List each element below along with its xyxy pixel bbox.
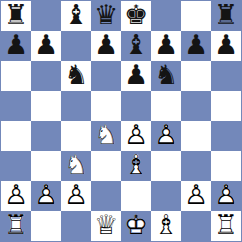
- white-piece-outline: ♖: [214, 211, 238, 238]
- white-knight-piece: ♞♘: [91, 121, 121, 151]
- square-b1[interactable]: [31, 211, 61, 241]
- black-piece-fill: ♝: [124, 31, 148, 58]
- black-piece-fill: ♞: [64, 61, 88, 88]
- square-e4[interactable]: ♟♙: [121, 121, 151, 151]
- white-piece-outline: ♙: [184, 181, 208, 208]
- white-piece-outline: ♗: [154, 211, 178, 238]
- square-h1[interactable]: ♜♖: [211, 211, 241, 241]
- square-g6[interactable]: [181, 61, 211, 91]
- white-piece-outline: ♙: [64, 181, 88, 208]
- square-h7[interactable]: ♟: [211, 31, 241, 61]
- white-queen-piece: ♛♕: [91, 211, 121, 241]
- square-a5[interactable]: [1, 91, 31, 121]
- square-f2[interactable]: [151, 181, 181, 211]
- white-piece-outline: ♕: [94, 211, 118, 238]
- square-c1[interactable]: [61, 211, 91, 241]
- black-pawn-piece: ♟: [1, 31, 31, 61]
- square-b2[interactable]: ♟♙: [31, 181, 61, 211]
- square-h2[interactable]: ♟♙: [211, 181, 241, 211]
- black-king-piece: ♚: [121, 1, 151, 31]
- square-c6[interactable]: ♞: [61, 61, 91, 91]
- white-piece-outline: ♙: [214, 181, 238, 208]
- square-c7[interactable]: [61, 31, 91, 61]
- black-pawn-piece: ♟: [31, 31, 61, 61]
- square-d3[interactable]: [91, 151, 121, 181]
- square-h6[interactable]: [211, 61, 241, 91]
- square-g8[interactable]: [181, 1, 211, 31]
- black-pawn-piece: ♟: [121, 61, 151, 91]
- black-piece-fill: ♟: [184, 31, 208, 58]
- square-c4[interactable]: [61, 121, 91, 151]
- square-g5[interactable]: [181, 91, 211, 121]
- white-piece-outline: ♙: [154, 121, 178, 148]
- white-bishop-piece: ♝♗: [151, 211, 181, 241]
- black-piece-fill: ♟: [214, 31, 238, 58]
- square-h5[interactable]: [211, 91, 241, 121]
- black-pawn-piece: ♟: [91, 31, 121, 61]
- square-g4[interactable]: [181, 121, 211, 151]
- square-e6[interactable]: ♟: [121, 61, 151, 91]
- square-d8[interactable]: ♛: [91, 1, 121, 31]
- square-f5[interactable]: [151, 91, 181, 121]
- white-king-piece: ♚♔: [121, 211, 151, 241]
- black-bishop-piece: ♝: [121, 31, 151, 61]
- white-rook-piece: ♜♖: [1, 211, 31, 241]
- square-b7[interactable]: ♟: [31, 31, 61, 61]
- white-pawn-piece: ♟♙: [211, 181, 241, 211]
- square-b6[interactable]: [31, 61, 61, 91]
- black-pawn-piece: ♟: [211, 31, 241, 61]
- white-piece-outline: ♙: [34, 181, 58, 208]
- white-piece-fill: ♜: [4, 211, 28, 238]
- square-d7[interactable]: ♟: [91, 31, 121, 61]
- white-piece-fill: ♞: [94, 121, 118, 148]
- white-piece-fill: ♝: [154, 211, 178, 238]
- white-piece-fill: ♜: [214, 211, 238, 238]
- black-pawn-piece: ♟: [181, 31, 211, 61]
- square-a8[interactable]: ♜: [1, 1, 31, 31]
- black-piece-fill: ♜: [4, 1, 28, 28]
- square-a7[interactable]: ♟: [1, 31, 31, 61]
- white-piece-fill: ♟: [214, 181, 238, 208]
- white-piece-outline: ♗: [124, 151, 148, 178]
- white-piece-fill: ♛: [94, 211, 118, 238]
- square-d6[interactable]: [91, 61, 121, 91]
- square-a6[interactable]: [1, 61, 31, 91]
- square-b5[interactable]: [31, 91, 61, 121]
- black-piece-fill: ♟: [94, 31, 118, 58]
- square-d2[interactable]: [91, 181, 121, 211]
- square-b8[interactable]: [31, 1, 61, 31]
- white-pawn-piece: ♟♙: [151, 121, 181, 151]
- black-knight-piece: ♞: [61, 61, 91, 91]
- white-piece-fill: ♟: [124, 121, 148, 148]
- square-a4[interactable]: [1, 121, 31, 151]
- white-pawn-piece: ♟♙: [61, 181, 91, 211]
- white-piece-fill: ♟: [64, 181, 88, 208]
- square-f1[interactable]: ♝♗: [151, 211, 181, 241]
- black-pawn-piece: ♟: [151, 31, 181, 61]
- white-piece-fill: ♟: [4, 181, 28, 208]
- white-pawn-piece: ♟♙: [121, 121, 151, 151]
- white-piece-outline: ♙: [4, 181, 28, 208]
- square-e7[interactable]: ♝: [121, 31, 151, 61]
- square-g1[interactable]: [181, 211, 211, 241]
- white-piece-fill: ♞: [64, 151, 88, 178]
- square-h8[interactable]: ♜: [211, 1, 241, 31]
- black-piece-fill: ♜: [214, 1, 238, 28]
- black-piece-fill: ♚: [124, 1, 148, 28]
- black-piece-fill: ♟: [4, 31, 28, 58]
- white-rook-piece: ♜♖: [211, 211, 241, 241]
- square-e5[interactable]: [121, 91, 151, 121]
- white-piece-outline: ♙: [124, 121, 148, 148]
- black-queen-piece: ♛: [91, 1, 121, 31]
- square-f6[interactable]: ♞: [151, 61, 181, 91]
- white-piece-fill: ♟: [154, 121, 178, 148]
- square-g7[interactable]: ♟: [181, 31, 211, 61]
- black-knight-piece: ♞: [151, 61, 181, 91]
- white-bishop-piece: ♝♗: [121, 151, 151, 181]
- black-piece-fill: ♝: [64, 1, 88, 28]
- white-piece-outline: ♘: [64, 151, 88, 178]
- square-a1[interactable]: ♜♖: [1, 211, 31, 241]
- black-piece-fill: ♛: [94, 1, 118, 28]
- black-bishop-piece: ♝: [61, 1, 91, 31]
- square-f3[interactable]: [151, 151, 181, 181]
- square-f8[interactable]: [151, 1, 181, 31]
- black-piece-fill: ♟: [124, 61, 148, 88]
- square-h3[interactable]: [211, 151, 241, 181]
- square-d5[interactable]: [91, 91, 121, 121]
- square-a2[interactable]: ♟♙: [1, 181, 31, 211]
- white-piece-outline: ♖: [4, 211, 28, 238]
- square-d1[interactable]: ♛♕: [91, 211, 121, 241]
- black-rook-piece: ♜: [211, 1, 241, 31]
- square-c3[interactable]: ♞♘: [61, 151, 91, 181]
- square-f7[interactable]: ♟: [151, 31, 181, 61]
- square-e1[interactable]: ♚♔: [121, 211, 151, 241]
- square-e2[interactable]: [121, 181, 151, 211]
- white-pawn-piece: ♟♙: [1, 181, 31, 211]
- white-piece-fill: ♚: [124, 211, 148, 238]
- white-piece-fill: ♟: [34, 181, 58, 208]
- square-c2[interactable]: ♟♙: [61, 181, 91, 211]
- white-piece-fill: ♟: [184, 181, 208, 208]
- square-g2[interactable]: ♟♙: [181, 181, 211, 211]
- chess-board: ♜♝♛♚♜♟♟♟♝♟♟♟♞♟♞♞♘♟♙♟♙♞♘♝♗♟♙♟♙♟♙♟♙♟♙♜♖♛♕♚…: [0, 0, 242, 242]
- square-g3[interactable]: [181, 151, 211, 181]
- square-e3[interactable]: ♝♗: [121, 151, 151, 181]
- square-b4[interactable]: [31, 121, 61, 151]
- black-piece-fill: ♞: [154, 61, 178, 88]
- white-pawn-piece: ♟♙: [31, 181, 61, 211]
- square-c8[interactable]: ♝: [61, 1, 91, 31]
- white-piece-fill: ♝: [124, 151, 148, 178]
- white-piece-outline: ♘: [94, 121, 118, 148]
- square-e8[interactable]: ♚: [121, 1, 151, 31]
- white-knight-piece: ♞♘: [61, 151, 91, 181]
- square-d4[interactable]: ♞♘: [91, 121, 121, 151]
- black-piece-fill: ♟: [34, 31, 58, 58]
- square-a3[interactable]: [1, 151, 31, 181]
- square-b3[interactable]: [31, 151, 61, 181]
- white-pawn-piece: ♟♙: [181, 181, 211, 211]
- black-rook-piece: ♜: [1, 1, 31, 31]
- square-f4[interactable]: ♟♙: [151, 121, 181, 151]
- square-h4[interactable]: [211, 121, 241, 151]
- white-piece-outline: ♔: [124, 211, 148, 238]
- square-c5[interactable]: [61, 91, 91, 121]
- black-piece-fill: ♟: [154, 31, 178, 58]
